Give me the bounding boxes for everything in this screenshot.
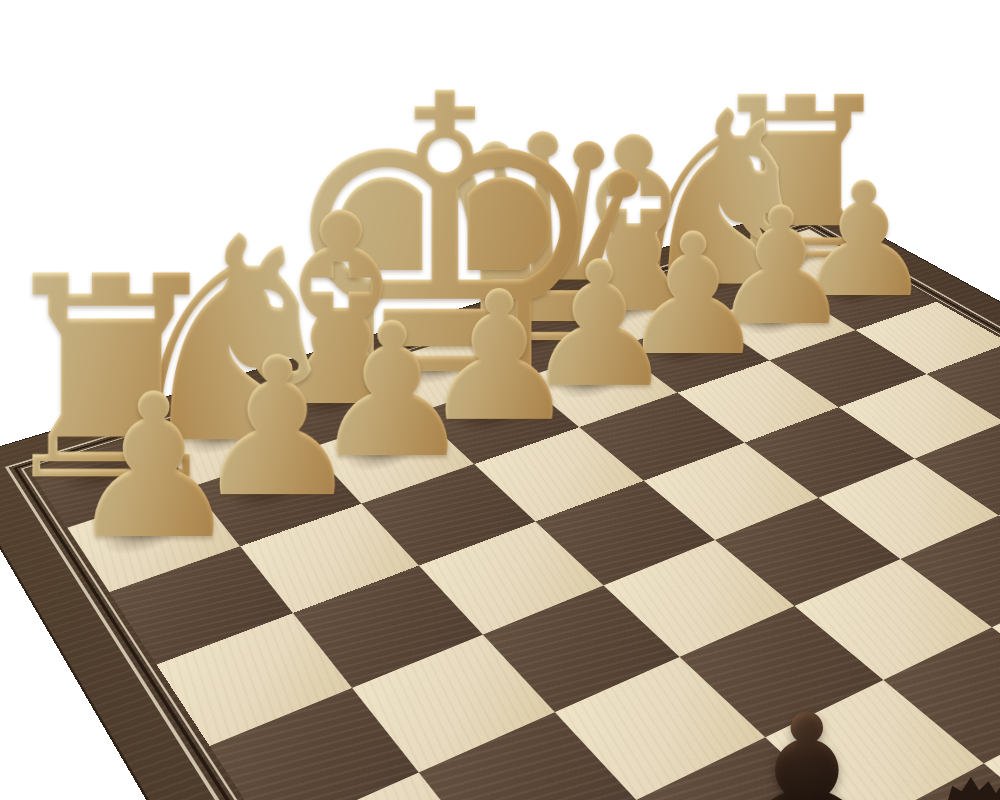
- photo-scene: ♜♞♝♚♛♝♞♜♟♟♟♟♟♟♟♟ ♟: [0, 0, 1000, 800]
- black-pawn: ♟: [715, 688, 899, 800]
- chess-set-photo: ♜♞♝♚♛♝♞♜♟♟♟♟♟♟♟♟ ♟: [0, 0, 1000, 800]
